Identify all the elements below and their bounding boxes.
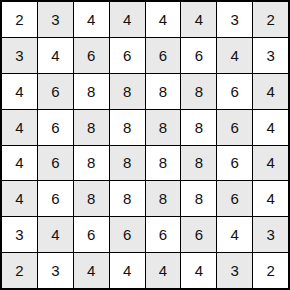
grid-cell-r6c8[interactable]: 4 xyxy=(253,181,288,216)
grid-cell-r3c6[interactable]: 8 xyxy=(181,74,216,109)
grid-cell-r8c6[interactable]: 4 xyxy=(181,253,216,288)
grid-cell-r7c1[interactable]: 3 xyxy=(2,217,37,252)
grid-cell-r5c3[interactable]: 8 xyxy=(74,146,109,181)
grid-cell-r4c7[interactable]: 6 xyxy=(217,110,252,145)
grid-cell-r7c8[interactable]: 3 xyxy=(253,217,288,252)
grid-cell-r3c3[interactable]: 8 xyxy=(74,74,109,109)
grid-cell-r4c4[interactable]: 8 xyxy=(110,110,145,145)
grid-cell-r6c3[interactable]: 8 xyxy=(74,181,109,216)
grid-cell-r7c2[interactable]: 4 xyxy=(38,217,73,252)
grid-cell-r5c4[interactable]: 8 xyxy=(110,146,145,181)
grid-cell-r2c8[interactable]: 3 xyxy=(253,38,288,73)
grid-cell-r1c1[interactable]: 2 xyxy=(2,2,37,37)
grid-cell-r2c7[interactable]: 4 xyxy=(217,38,252,73)
grid-cell-r6c1[interactable]: 4 xyxy=(2,181,37,216)
grid-cell-r7c4[interactable]: 6 xyxy=(110,217,145,252)
grid-cell-r2c3[interactable]: 6 xyxy=(74,38,109,73)
grid-cell-r4c3[interactable]: 8 xyxy=(74,110,109,145)
grid-cell-r7c3[interactable]: 6 xyxy=(74,217,109,252)
grid-cell-r5c1[interactable]: 4 xyxy=(2,146,37,181)
grid-cell-r5c6[interactable]: 8 xyxy=(181,146,216,181)
grid-cell-r6c4[interactable]: 8 xyxy=(110,181,145,216)
grid-cell-r4c8[interactable]: 4 xyxy=(253,110,288,145)
grid-cell-r8c3[interactable]: 4 xyxy=(74,253,109,288)
grid-cell-r8c4[interactable]: 4 xyxy=(110,253,145,288)
grid-cell-r2c5[interactable]: 6 xyxy=(146,38,181,73)
grid-cell-r6c6[interactable]: 8 xyxy=(181,181,216,216)
grid-cell-r8c2[interactable]: 3 xyxy=(38,253,73,288)
grid-cell-r2c4[interactable]: 6 xyxy=(110,38,145,73)
grid-cell-r6c2[interactable]: 6 xyxy=(38,181,73,216)
grid-cell-r6c7[interactable]: 6 xyxy=(217,181,252,216)
grid-cell-r5c2[interactable]: 6 xyxy=(38,146,73,181)
grid-cell-r2c1[interactable]: 3 xyxy=(2,38,37,73)
grid-cell-r4c2[interactable]: 6 xyxy=(38,110,73,145)
grid-cell-r4c6[interactable]: 8 xyxy=(181,110,216,145)
grid-cell-r1c3[interactable]: 4 xyxy=(74,2,109,37)
grid-cell-r5c8[interactable]: 4 xyxy=(253,146,288,181)
grid-cell-r1c2[interactable]: 3 xyxy=(38,2,73,37)
grid-cell-r7c6[interactable]: 6 xyxy=(181,217,216,252)
knight-moves-board: 2344443234666643468888644688886446888864… xyxy=(0,0,290,290)
grid-cell-r1c6[interactable]: 4 xyxy=(181,2,216,37)
grid-cell-r6c5[interactable]: 8 xyxy=(146,181,181,216)
grid-cell-r3c4[interactable]: 8 xyxy=(110,74,145,109)
grid-cell-r1c4[interactable]: 4 xyxy=(110,2,145,37)
grid-cell-r1c7[interactable]: 3 xyxy=(217,2,252,37)
grid-cell-r3c7[interactable]: 6 xyxy=(217,74,252,109)
grid-cell-r5c7[interactable]: 6 xyxy=(217,146,252,181)
grid-cell-r1c5[interactable]: 4 xyxy=(146,2,181,37)
grid-cell-r8c1[interactable]: 2 xyxy=(2,253,37,288)
grid-cell-r3c2[interactable]: 6 xyxy=(38,74,73,109)
grid-cell-r3c1[interactable]: 4 xyxy=(2,74,37,109)
grid-cell-r4c1[interactable]: 4 xyxy=(2,110,37,145)
grid-cell-r4c5[interactable]: 8 xyxy=(146,110,181,145)
grid-cell-r7c5[interactable]: 6 xyxy=(146,217,181,252)
grid-cell-r3c8[interactable]: 4 xyxy=(253,74,288,109)
grid-cell-r1c8[interactable]: 2 xyxy=(253,2,288,37)
grid-cell-r8c5[interactable]: 4 xyxy=(146,253,181,288)
grid-cell-r5c5[interactable]: 8 xyxy=(146,146,181,181)
grid-cell-r2c2[interactable]: 4 xyxy=(38,38,73,73)
grid-cell-r8c7[interactable]: 3 xyxy=(217,253,252,288)
grid-cell-r7c7[interactable]: 4 xyxy=(217,217,252,252)
grid-cell-r2c6[interactable]: 6 xyxy=(181,38,216,73)
grid-cell-r8c8[interactable]: 2 xyxy=(253,253,288,288)
grid-cell-r3c5[interactable]: 8 xyxy=(146,74,181,109)
